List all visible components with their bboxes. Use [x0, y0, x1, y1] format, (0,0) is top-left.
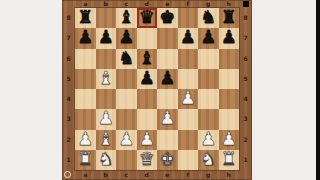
- square-a1[interactable]: ♜: [75, 150, 96, 170]
- square-g7[interactable]: ♟: [198, 28, 219, 48]
- square-d7[interactable]: [137, 28, 158, 48]
- piece-white-rook[interactable]: ♜: [77, 150, 93, 168]
- square-c1[interactable]: [116, 150, 137, 170]
- square-e6[interactable]: [157, 49, 178, 69]
- piece-white-pawn[interactable]: ♟: [98, 109, 114, 127]
- square-h8[interactable]: ♜: [219, 8, 240, 28]
- rank-label-5: 5: [239, 69, 252, 89]
- chess-board-frame: abcdefgh abcdefgh 87654321 87654321 ♜♝♛♚…: [62, 0, 252, 180]
- square-e2[interactable]: [157, 130, 178, 150]
- chess-board-grid: ♜♝♛♚♞♜♟♟♟♟♟♟♞♝♝♟♟♟♟♟♟♝♟♟♟♟♜♞♛♚♞♜: [75, 8, 239, 170]
- square-c7[interactable]: ♟: [116, 28, 137, 48]
- piece-black-rook[interactable]: ♜: [77, 8, 93, 26]
- square-a2[interactable]: ♟: [75, 130, 96, 150]
- square-g4[interactable]: [198, 89, 219, 109]
- square-e1[interactable]: ♚: [157, 150, 178, 170]
- rank-label-2: 2: [62, 130, 75, 150]
- square-h4[interactable]: [219, 89, 240, 109]
- square-h7[interactable]: ♟: [219, 28, 240, 48]
- square-a7[interactable]: ♟: [75, 28, 96, 48]
- screen-right-edge-strip: [316, 0, 320, 180]
- square-c5[interactable]: [116, 69, 137, 89]
- rank-label-2: 2: [239, 130, 252, 150]
- square-b8[interactable]: [96, 8, 117, 28]
- piece-black-pawn[interactable]: ♟: [139, 69, 155, 87]
- rank-label-4: 4: [239, 89, 252, 109]
- rank-label-7: 7: [62, 28, 75, 48]
- square-e3[interactable]: ♟: [157, 109, 178, 129]
- piece-white-pawn[interactable]: ♟: [159, 109, 175, 127]
- square-h5[interactable]: [219, 69, 240, 89]
- piece-white-pawn[interactable]: ♟: [118, 130, 134, 148]
- piece-black-knight[interactable]: ♞: [200, 8, 216, 26]
- square-e4[interactable]: [157, 89, 178, 109]
- piece-white-pawn[interactable]: ♟: [180, 89, 196, 107]
- file-label-h: h: [219, 170, 240, 180]
- piece-black-pawn[interactable]: ♟: [180, 28, 196, 46]
- square-h3[interactable]: [219, 109, 240, 129]
- square-d8[interactable]: ♛: [137, 8, 158, 28]
- square-d2[interactable]: ♟: [137, 130, 158, 150]
- file-label-b: b: [96, 0, 117, 8]
- square-d5[interactable]: ♟: [137, 69, 158, 89]
- square-g5[interactable]: [198, 69, 219, 89]
- square-g6[interactable]: [198, 49, 219, 69]
- rank-label-3: 3: [62, 109, 75, 129]
- rank-labels-right: 87654321: [239, 8, 252, 170]
- square-d1[interactable]: ♛: [137, 150, 158, 170]
- square-e5[interactable]: ♟: [157, 69, 178, 89]
- square-b2[interactable]: ♝: [96, 130, 117, 150]
- rank-label-1: 1: [62, 150, 75, 170]
- square-a6[interactable]: [75, 49, 96, 69]
- white-circle-marker-icon: [64, 171, 71, 178]
- rank-label-8: 8: [239, 8, 252, 28]
- piece-black-bishop[interactable]: ♝: [139, 49, 155, 67]
- file-labels-bottom: abcdefgh: [75, 170, 239, 180]
- square-b6[interactable]: [96, 49, 117, 69]
- file-label-g: g: [198, 170, 219, 180]
- square-b3[interactable]: ♟: [96, 109, 117, 129]
- piece-white-knight[interactable]: ♞: [98, 150, 114, 168]
- file-label-a: a: [75, 170, 96, 180]
- square-b7[interactable]: ♟: [96, 28, 117, 48]
- piece-black-pawn[interactable]: ♟: [221, 28, 237, 46]
- square-c8[interactable]: ♝: [116, 8, 137, 28]
- square-f1[interactable]: [178, 150, 199, 170]
- piece-black-king[interactable]: ♚: [159, 8, 175, 26]
- file-label-f: f: [178, 170, 199, 180]
- square-h2[interactable]: ♟: [219, 130, 240, 150]
- rank-label-6: 6: [62, 49, 75, 69]
- black-square-marker-icon: [243, 1, 249, 7]
- square-h6[interactable]: [219, 49, 240, 69]
- file-label-d: d: [137, 170, 158, 180]
- square-e8[interactable]: ♚: [157, 8, 178, 28]
- rank-label-5: 5: [62, 69, 75, 89]
- square-a4[interactable]: [75, 89, 96, 109]
- square-a3[interactable]: [75, 109, 96, 129]
- square-c2[interactable]: ♟: [116, 130, 137, 150]
- square-f6[interactable]: [178, 49, 199, 69]
- rank-label-7: 7: [239, 28, 252, 48]
- piece-black-pawn[interactable]: ♟: [98, 28, 114, 46]
- piece-black-rook[interactable]: ♜: [221, 8, 237, 26]
- square-f7[interactable]: ♟: [178, 28, 199, 48]
- square-g1[interactable]: ♞: [198, 150, 219, 170]
- square-g8[interactable]: ♞: [198, 8, 219, 28]
- piece-white-pawn[interactable]: ♟: [139, 130, 155, 148]
- square-g3[interactable]: [198, 109, 219, 129]
- piece-white-bishop[interactable]: ♝: [98, 69, 114, 87]
- square-f4[interactable]: ♟: [178, 89, 199, 109]
- piece-white-knight[interactable]: ♞: [200, 150, 216, 168]
- square-f3[interactable]: [178, 109, 199, 129]
- piece-white-pawn[interactable]: ♟: [200, 130, 216, 148]
- piece-white-rook[interactable]: ♜: [221, 150, 237, 168]
- piece-black-knight[interactable]: ♞: [118, 49, 134, 67]
- rank-label-1: 1: [239, 150, 252, 170]
- square-f2[interactable]: [178, 130, 199, 150]
- square-c6[interactable]: ♞: [116, 49, 137, 69]
- rank-label-3: 3: [239, 109, 252, 129]
- rank-labels-left: 87654321: [62, 8, 75, 170]
- square-e7[interactable]: [157, 28, 178, 48]
- rank-label-4: 4: [62, 89, 75, 109]
- piece-white-pawn[interactable]: ♟: [221, 130, 237, 148]
- square-c4[interactable]: [116, 89, 137, 109]
- piece-black-pawn[interactable]: ♟: [200, 28, 216, 46]
- piece-black-bishop[interactable]: ♝: [118, 8, 134, 26]
- file-label-f: f: [178, 0, 199, 8]
- square-d4[interactable]: [137, 89, 158, 109]
- piece-white-king[interactable]: ♚: [159, 150, 175, 168]
- square-a5[interactable]: [75, 69, 96, 89]
- piece-black-pawn[interactable]: ♟: [77, 28, 93, 46]
- square-b4[interactable]: [96, 89, 117, 109]
- piece-white-queen[interactable]: ♛: [139, 150, 155, 168]
- piece-black-pawn[interactable]: ♟: [159, 69, 175, 87]
- piece-white-bishop[interactable]: ♝: [98, 130, 114, 148]
- piece-black-queen[interactable]: ♛: [139, 8, 155, 26]
- rank-label-8: 8: [62, 8, 75, 28]
- piece-white-pawn[interactable]: ♟: [77, 130, 93, 148]
- piece-black-pawn[interactable]: ♟: [118, 28, 134, 46]
- square-f8[interactable]: [178, 8, 199, 28]
- file-label-b: b: [96, 170, 117, 180]
- square-d6[interactable]: ♝: [137, 49, 158, 69]
- square-f5[interactable]: [178, 69, 199, 89]
- file-label-e: e: [157, 170, 178, 180]
- square-h1[interactable]: ♜: [219, 150, 240, 170]
- file-label-c: c: [116, 170, 137, 180]
- square-b1[interactable]: ♞: [96, 150, 117, 170]
- square-g2[interactable]: ♟: [198, 130, 219, 150]
- rank-label-6: 6: [239, 49, 252, 69]
- square-c3[interactable]: [116, 109, 137, 129]
- square-d3[interactable]: [137, 109, 158, 129]
- square-a8[interactable]: ♜: [75, 8, 96, 28]
- square-b5[interactable]: ♝: [96, 69, 117, 89]
